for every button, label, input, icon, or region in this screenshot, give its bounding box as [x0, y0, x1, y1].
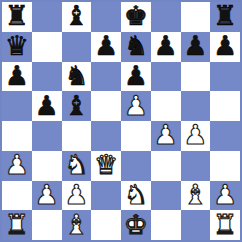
chess-board: ♜♝♚♜♛♟♞♟♟♟♟♞♟♟♝♟♟♟♟♞♛♟♟♞♝♟♜♝♚♜ [2, 2, 240, 240]
piece-black-knight[interactable]: ♞ [124, 32, 148, 59]
square-c3[interactable]: ♞ [62, 151, 92, 181]
square-e3[interactable] [121, 151, 151, 181]
piece-white-pawn[interactable]: ♟ [213, 181, 237, 208]
piece-white-king[interactable]: ♚ [124, 211, 148, 238]
square-a3[interactable]: ♟ [2, 151, 32, 181]
square-a2[interactable] [2, 181, 32, 211]
square-d5[interactable] [91, 91, 121, 121]
piece-black-pawn[interactable]: ♟ [154, 32, 178, 59]
piece-white-queen[interactable]: ♛ [94, 151, 118, 178]
square-e4[interactable] [121, 121, 151, 151]
square-f7[interactable]: ♟ [151, 32, 181, 62]
piece-black-pawn[interactable]: ♟ [94, 32, 118, 59]
piece-black-knight[interactable]: ♞ [64, 62, 88, 89]
piece-white-pawn[interactable]: ♟ [35, 181, 59, 208]
piece-black-rook[interactable]: ♜ [213, 2, 237, 29]
square-a6[interactable]: ♟ [2, 62, 32, 92]
square-f4[interactable]: ♟ [151, 121, 181, 151]
square-a7[interactable]: ♛ [2, 32, 32, 62]
piece-white-pawn[interactable]: ♟ [124, 92, 148, 119]
square-e8[interactable]: ♚ [121, 2, 151, 32]
square-h5[interactable] [210, 91, 240, 121]
piece-black-pawn[interactable]: ♟ [213, 32, 237, 59]
square-d7[interactable]: ♟ [91, 32, 121, 62]
square-b6[interactable] [32, 62, 62, 92]
square-b8[interactable] [32, 2, 62, 32]
square-c8[interactable]: ♝ [62, 2, 92, 32]
square-g5[interactable] [181, 91, 211, 121]
square-h2[interactable]: ♟ [210, 181, 240, 211]
square-f2[interactable] [151, 181, 181, 211]
square-d8[interactable] [91, 2, 121, 32]
square-d3[interactable]: ♛ [91, 151, 121, 181]
square-f8[interactable] [151, 2, 181, 32]
piece-black-bishop[interactable]: ♝ [64, 2, 88, 29]
square-g8[interactable] [181, 2, 211, 32]
square-g1[interactable] [181, 210, 211, 240]
square-a4[interactable] [2, 121, 32, 151]
square-c6[interactable]: ♞ [62, 62, 92, 92]
square-c1[interactable]: ♝ [62, 210, 92, 240]
square-h1[interactable]: ♜ [210, 210, 240, 240]
square-b5[interactable]: ♟ [32, 91, 62, 121]
piece-black-pawn[interactable]: ♟ [124, 62, 148, 89]
piece-black-rook[interactable]: ♜ [5, 2, 29, 29]
square-g4[interactable]: ♟ [181, 121, 211, 151]
piece-white-knight[interactable]: ♞ [124, 181, 148, 208]
square-h4[interactable] [210, 121, 240, 151]
piece-white-knight[interactable]: ♞ [64, 151, 88, 178]
chess-board-frame: ♜♝♚♜♛♟♞♟♟♟♟♞♟♟♝♟♟♟♟♞♛♟♟♞♝♟♜♝♚♜ [0, 0, 242, 242]
square-d1[interactable] [91, 210, 121, 240]
square-d4[interactable] [91, 121, 121, 151]
piece-black-pawn[interactable]: ♟ [35, 92, 59, 119]
square-e5[interactable]: ♟ [121, 91, 151, 121]
square-c7[interactable] [62, 32, 92, 62]
piece-white-pawn[interactable]: ♟ [64, 181, 88, 208]
square-d2[interactable] [91, 181, 121, 211]
square-h6[interactable] [210, 62, 240, 92]
square-b3[interactable] [32, 151, 62, 181]
piece-black-pawn[interactable]: ♟ [183, 32, 207, 59]
piece-white-rook[interactable]: ♜ [5, 211, 29, 238]
square-d6[interactable] [91, 62, 121, 92]
square-h3[interactable] [210, 151, 240, 181]
square-g7[interactable]: ♟ [181, 32, 211, 62]
piece-white-pawn[interactable]: ♟ [154, 121, 178, 148]
square-f6[interactable] [151, 62, 181, 92]
square-b7[interactable] [32, 32, 62, 62]
square-a1[interactable]: ♜ [2, 210, 32, 240]
square-c5[interactable]: ♝ [62, 91, 92, 121]
piece-white-pawn[interactable]: ♟ [5, 151, 29, 178]
square-c2[interactable]: ♟ [62, 181, 92, 211]
square-b4[interactable] [32, 121, 62, 151]
square-f1[interactable] [151, 210, 181, 240]
square-e7[interactable]: ♞ [121, 32, 151, 62]
square-f5[interactable] [151, 91, 181, 121]
square-c4[interactable] [62, 121, 92, 151]
square-b1[interactable] [32, 210, 62, 240]
square-g3[interactable] [181, 151, 211, 181]
square-g2[interactable]: ♝ [181, 181, 211, 211]
square-f3[interactable] [151, 151, 181, 181]
piece-white-pawn[interactable]: ♟ [183, 121, 207, 148]
piece-white-rook[interactable]: ♜ [213, 211, 237, 238]
square-e2[interactable]: ♞ [121, 181, 151, 211]
square-a5[interactable] [2, 91, 32, 121]
piece-black-bishop[interactable]: ♝ [64, 92, 88, 119]
square-h7[interactable]: ♟ [210, 32, 240, 62]
piece-white-bishop[interactable]: ♝ [183, 181, 207, 208]
square-e6[interactable]: ♟ [121, 62, 151, 92]
piece-white-bishop[interactable]: ♝ [64, 211, 88, 238]
piece-black-pawn[interactable]: ♟ [5, 62, 29, 89]
square-e1[interactable]: ♚ [121, 210, 151, 240]
square-a8[interactable]: ♜ [2, 2, 32, 32]
piece-black-queen[interactable]: ♛ [5, 32, 29, 59]
square-b2[interactable]: ♟ [32, 181, 62, 211]
square-h8[interactable]: ♜ [210, 2, 240, 32]
square-g6[interactable] [181, 62, 211, 92]
piece-black-king[interactable]: ♚ [124, 2, 148, 29]
